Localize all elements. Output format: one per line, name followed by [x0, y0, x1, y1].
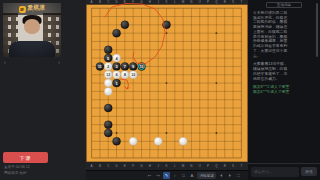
coord-top-B: B	[99, 0, 101, 4]
prev-camera-icon[interactable]: ‹	[4, 59, 6, 65]
lesson-notes: 今天我们讲的是二路扳虎的变化，白棋在二路爬的时候，黑棋要保持冷静，继续在上面长，…	[253, 11, 313, 95]
coord-bottom-O: O	[199, 164, 202, 168]
coord-bottom-K: K	[165, 164, 167, 168]
coord-top-C: C	[107, 0, 110, 4]
coord-bottom-S: S	[232, 164, 234, 168]
end-class-button[interactable]: 下课	[3, 152, 48, 163]
chat-input[interactable]: 说点什么…	[251, 167, 299, 177]
coord-top-P: P	[207, 0, 209, 4]
board-toolbar: ↩↪✎○□A清除笔迹⏴⏵⛶	[86, 170, 248, 180]
board-panel: AABBCCDDEEFFGGHHJJKKLLMMNNOOPPQQRRSSTT12…	[86, 0, 248, 180]
move-number: 12	[106, 73, 110, 77]
live-duration-label: 直播中 00:36:12	[4, 165, 30, 169]
stone-white-C10	[104, 79, 112, 87]
scrollbar-thumb[interactable]	[316, 3, 318, 57]
coord-top-A: A	[91, 0, 93, 4]
clear-ink-button[interactable]: 清除笔迹	[197, 172, 216, 179]
right-panel: 互动消息 今天我们讲的是二路扳虎的变化，白棋在二路爬的时候，黑棋要保持冷静，继续…	[248, 0, 320, 180]
go-board[interactable]: AABBCCDDEEFFGGHHJJKKLLMMNNOOPPQQRRSSTT12…	[86, 0, 248, 170]
coord-bottom-F: F	[132, 164, 134, 168]
stone-black-C13: 5	[104, 54, 112, 62]
coord-bottom-B: B	[99, 164, 101, 168]
coord-bottom-C: C	[107, 164, 110, 168]
coord-bottom-R: R	[224, 164, 227, 168]
stone-black-E17	[121, 21, 129, 29]
stone-white-F11: 10	[129, 71, 137, 79]
coord-top-T: T	[240, 0, 242, 4]
stone-white-J3	[154, 137, 162, 145]
camera-switcher: ‹ · · · ›	[3, 58, 61, 65]
stone-black-C4	[104, 129, 112, 137]
coord-bottom-N: N	[190, 164, 192, 168]
toolbar-right-button-1[interactable]: ⏵	[226, 172, 233, 179]
coord-bottom-H: H	[149, 164, 151, 168]
tool-button-2[interactable]: ✎	[163, 172, 170, 179]
coord-top-K: K	[165, 0, 167, 4]
coord-top-N: N	[190, 0, 192, 4]
toolbar-right-button-0[interactable]: ⏴	[218, 172, 225, 179]
lesson-paragraph-1: 今天我们讲的是二路扳虎的变化，白棋在二路爬的时候，黑棋要保持冷静，继续在上面长，…	[253, 11, 313, 58]
send-button[interactable]: 发送	[301, 167, 317, 176]
stone-black-D10: 1	[113, 79, 121, 87]
stone-black-B12: 11	[96, 62, 104, 70]
coord-bottom-P: P	[207, 164, 209, 168]
left-panel: 爱 爱棋道 AIQIDAO ‹ · · · › 下课 直播中 00:36:12 …	[0, 0, 86, 180]
coord-bottom-E: E	[124, 164, 126, 168]
stone-white-E11: 8	[121, 71, 129, 79]
logo-subtitle: AIQIDAO	[28, 10, 46, 13]
stone-black-D16	[113, 29, 121, 37]
coord-bottom-D: D	[115, 164, 118, 168]
toolbar-right-button-2[interactable]: ⛶	[235, 172, 242, 179]
coord-top-H: H	[149, 0, 151, 4]
stone-white-C9	[104, 87, 112, 95]
coord-top-J: J	[157, 0, 159, 4]
move-number: 11	[98, 65, 102, 69]
messages-tab[interactable]: 互动消息	[266, 2, 302, 9]
coord-top-M: M	[182, 0, 185, 4]
stone-white-C11: 12	[104, 71, 112, 79]
tool-button-0[interactable]: ↩	[146, 172, 153, 179]
logo-icon: 爱	[19, 6, 26, 13]
coord-top-R: R	[224, 0, 227, 4]
coord-top-F: F	[132, 0, 134, 4]
brand-logo: 爱 爱棋道 AIQIDAO	[3, 3, 61, 15]
stone-white-D11: 6	[113, 71, 121, 79]
coord-top-L: L	[174, 0, 176, 4]
stone-white-D13: 4	[113, 54, 121, 62]
tool-button-3[interactable]: ○	[172, 172, 179, 179]
next-camera-icon[interactable]: ›	[58, 59, 60, 65]
coord-top-Q: Q	[215, 0, 218, 4]
live-go-lesson-app: 爱 爱棋道 AIQIDAO ‹ · · · › 下课 直播中 00:36:12 …	[0, 0, 320, 180]
stone-black-E12: 7	[121, 62, 129, 70]
chat-divider	[248, 163, 320, 164]
tool-button-5[interactable]: A	[189, 172, 196, 179]
tool-button-4[interactable]: □	[180, 172, 187, 179]
stone-black-F12: 9	[129, 62, 137, 70]
stone-black-C5	[104, 121, 112, 129]
stone-black-D3	[113, 137, 121, 145]
coord-bottom-G: G	[140, 164, 143, 168]
coord-top-S: S	[232, 0, 234, 4]
move-number: 10	[131, 73, 135, 77]
stone-black-C14	[104, 46, 112, 54]
coord-bottom-A: A	[91, 164, 93, 168]
lesson-paragraph-2: 大家看黑13这手棋，继续保持压制，白棋已经非常难受了，这就是压的威力。	[253, 62, 313, 81]
coord-bottom-T: T	[240, 164, 242, 168]
stone-black-D12: 3	[113, 62, 121, 70]
coord-bottom-M: M	[182, 164, 185, 168]
stone-white-M3	[179, 137, 187, 145]
coord-bottom-J: J	[157, 164, 159, 168]
join-message-2: 棋友6***9 进入了教室	[253, 90, 313, 95]
coord-top-G: G	[140, 0, 143, 4]
tool-button-1[interactable]: ↪	[155, 172, 162, 179]
coord-top-D: D	[115, 0, 118, 4]
network-status-label: 网络状态 良好	[4, 171, 27, 175]
stone-black-C7	[104, 104, 112, 112]
stone-white-C12: 2	[104, 62, 112, 70]
teacher-webcam: 爱 爱棋道 AIQIDAO	[3, 3, 61, 57]
coord-bottom-L: L	[174, 164, 176, 168]
coord-top-O: O	[199, 0, 202, 4]
camera-dots: · · ·	[26, 59, 37, 64]
move-number: 13	[140, 65, 144, 69]
stone-white-F3	[129, 137, 137, 145]
coord-bottom-Q: Q	[215, 164, 218, 168]
